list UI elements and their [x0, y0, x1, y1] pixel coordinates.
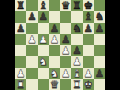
square-f8[interactable]: ♜ [71, 0, 82, 11]
letterbox-left [0, 0, 15, 90]
square-h7[interactable]: ♞ [94, 11, 105, 22]
black-pawn-icon[interactable]: ♟ [72, 45, 81, 56]
square-h2[interactable]: ♟ [94, 68, 105, 79]
white-knight-icon[interactable]: ♞ [38, 56, 47, 67]
white-pawn-icon[interactable]: ♟ [50, 34, 59, 45]
square-a1[interactable]: ♜ [15, 79, 26, 90]
square-g6[interactable]: ♟ [83, 23, 94, 34]
white-pawn-icon[interactable]: ♟ [61, 68, 70, 79]
square-a5[interactable] [15, 34, 26, 45]
black-rook-icon[interactable]: ♜ [16, 0, 25, 11]
square-b5[interactable]: ♟ [26, 34, 37, 45]
square-f1[interactable]: ♜ [71, 79, 82, 90]
white-pawn-icon[interactable]: ♟ [72, 56, 81, 67]
black-pawn-icon[interactable]: ♟ [61, 34, 70, 45]
black-pawn-icon[interactable]: ♟ [95, 68, 104, 79]
white-pawn-icon[interactable]: ♟ [27, 34, 36, 45]
square-e4[interactable]: ♟ [60, 45, 71, 56]
square-d6[interactable]: ♟ [49, 23, 60, 34]
black-king-icon[interactable]: ♚ [83, 0, 92, 11]
square-f7[interactable] [71, 11, 82, 22]
square-g4[interactable] [83, 45, 94, 56]
white-rook-icon[interactable]: ♜ [72, 79, 81, 90]
white-knight-icon[interactable]: ♞ [50, 68, 59, 79]
square-f3[interactable]: ♟ [71, 56, 82, 67]
square-b1[interactable] [26, 79, 37, 90]
square-a6[interactable]: ♟ [15, 23, 26, 34]
square-g7[interactable]: ♝ [83, 11, 94, 22]
square-f5[interactable] [71, 34, 82, 45]
square-b4[interactable] [26, 45, 37, 56]
square-c5[interactable]: ♟ [38, 34, 49, 45]
black-queen-icon[interactable]: ♛ [61, 0, 70, 11]
square-e8[interactable]: ♛ [60, 0, 71, 11]
square-d7[interactable] [49, 11, 60, 22]
black-pawn-icon[interactable]: ♟ [83, 23, 92, 34]
square-f4[interactable]: ♟ [71, 45, 82, 56]
square-c1[interactable] [38, 79, 49, 90]
square-h4[interactable] [94, 45, 105, 56]
black-pawn-icon[interactable]: ♟ [16, 23, 25, 34]
square-c3[interactable]: ♞ [38, 56, 49, 67]
chess-board[interactable]: ♜♝♛♜♚♟♟♝♞♟♟♞♟♟♟♟♟♟♟♟♞♟♟♞♟♝♟♟♜♛♜♚ [15, 0, 105, 90]
black-bishop-icon[interactable]: ♝ [83, 11, 92, 22]
square-a3[interactable] [15, 56, 26, 67]
square-e5[interactable]: ♟ [60, 34, 71, 45]
square-h5[interactable] [94, 34, 105, 45]
black-knight-icon[interactable]: ♞ [95, 11, 104, 22]
letterbox-right [105, 0, 120, 90]
black-pawn-icon[interactable]: ♟ [27, 11, 36, 22]
white-pawn-icon[interactable]: ♟ [38, 34, 47, 45]
white-rook-icon[interactable]: ♜ [16, 79, 25, 90]
white-queen-icon[interactable]: ♛ [50, 79, 59, 90]
square-g5[interactable] [83, 34, 94, 45]
square-e3[interactable] [60, 56, 71, 67]
square-b7[interactable]: ♟ [26, 11, 37, 22]
square-a2[interactable]: ♟ [15, 68, 26, 79]
white-pawn-icon[interactable]: ♟ [83, 68, 92, 79]
square-d4[interactable] [49, 45, 60, 56]
video-frame: ♜♝♛♜♚♟♟♝♞♟♟♞♟♟♟♟♟♟♟♟♞♟♟♞♟♝♟♟♜♛♜♚ [0, 0, 120, 90]
square-e7[interactable] [60, 11, 71, 22]
black-pawn-icon[interactable]: ♟ [95, 23, 104, 34]
white-pawn-icon[interactable]: ♟ [61, 45, 70, 56]
square-h8[interactable] [94, 0, 105, 11]
square-b3[interactable] [26, 56, 37, 67]
white-king-icon[interactable]: ♚ [83, 79, 92, 90]
black-bishop-icon[interactable]: ♝ [38, 0, 47, 11]
square-a8[interactable]: ♜ [15, 0, 26, 11]
square-c6[interactable] [38, 23, 49, 34]
white-bishop-icon[interactable]: ♝ [72, 68, 81, 79]
square-f6[interactable]: ♞ [71, 23, 82, 34]
square-h1[interactable] [94, 79, 105, 90]
square-g1[interactable]: ♚ [83, 79, 94, 90]
square-g2[interactable]: ♟ [83, 68, 94, 79]
square-d3[interactable] [49, 56, 60, 67]
square-c2[interactable] [38, 68, 49, 79]
white-pawn-icon[interactable]: ♟ [16, 68, 25, 79]
square-e2[interactable]: ♟ [60, 68, 71, 79]
square-g3[interactable] [83, 56, 94, 67]
square-e1[interactable] [60, 79, 71, 90]
square-b8[interactable] [26, 0, 37, 11]
square-d2[interactable]: ♞ [49, 68, 60, 79]
black-knight-icon[interactable]: ♞ [72, 23, 81, 34]
square-h3[interactable] [94, 56, 105, 67]
square-b2[interactable] [26, 68, 37, 79]
black-pawn-icon[interactable]: ♟ [50, 23, 59, 34]
square-g8[interactable]: ♚ [83, 0, 94, 11]
square-d1[interactable]: ♛ [49, 79, 60, 90]
square-h6[interactable]: ♟ [94, 23, 105, 34]
black-pawn-icon[interactable]: ♟ [38, 11, 47, 22]
square-d8[interactable] [49, 0, 60, 11]
square-a4[interactable] [15, 45, 26, 56]
square-f2[interactable]: ♝ [71, 68, 82, 79]
square-e6[interactable] [60, 23, 71, 34]
square-c8[interactable]: ♝ [38, 0, 49, 11]
square-c7[interactable]: ♟ [38, 11, 49, 22]
square-b6[interactable] [26, 23, 37, 34]
square-d5[interactable]: ♟ [49, 34, 60, 45]
black-rook-icon[interactable]: ♜ [72, 0, 81, 11]
square-c4[interactable] [38, 45, 49, 56]
square-a7[interactable] [15, 11, 26, 22]
